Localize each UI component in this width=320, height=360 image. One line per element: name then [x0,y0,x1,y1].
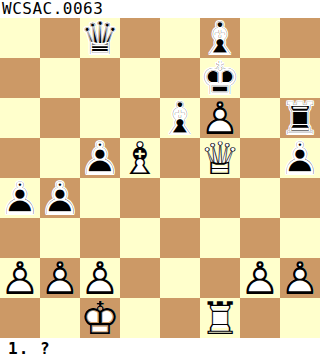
black-pawn[interactable]: ♟♙ [40,178,80,218]
white-pawn-outline: ♙ [40,258,80,298]
square-b1[interactable] [40,298,80,338]
black-pawn-outline: ♙ [40,178,80,218]
square-c8[interactable]: ♛♕ [80,18,120,58]
black-queen[interactable]: ♛♕ [80,18,120,58]
black-bishop[interactable]: ♝♗ [160,98,200,138]
puzzle-title: WCSAC.0063 [0,0,320,18]
square-e5[interactable] [160,138,200,178]
square-f1[interactable]: ♜♖ [200,298,240,338]
square-e4[interactable] [160,178,200,218]
black-pawn-outline: ♙ [280,138,320,178]
black-pawn-outline: ♙ [0,178,40,218]
black-pawn[interactable]: ♟♙ [80,138,120,178]
black-pawn-outline: ♙ [80,138,120,178]
square-d7[interactable] [120,58,160,98]
square-g4[interactable] [240,178,280,218]
square-e6[interactable]: ♝♗ [160,98,200,138]
square-g2[interactable]: ♟♙ [240,258,280,298]
square-b7[interactable] [40,58,80,98]
square-a4[interactable]: ♟♙ [0,178,40,218]
square-e8[interactable] [160,18,200,58]
black-pawn[interactable]: ♟♙ [280,138,320,178]
move-prompt: 1. ? [0,338,320,360]
square-c5[interactable]: ♟♙ [80,138,120,178]
square-f5[interactable]: ♛♕ [200,138,240,178]
white-pawn[interactable]: ♟♙ [40,258,80,298]
square-g7[interactable] [240,58,280,98]
white-pawn[interactable]: ♟♙ [280,258,320,298]
square-e3[interactable] [160,218,200,258]
black-queen-outline: ♕ [80,18,120,58]
white-pawn[interactable]: ♟♙ [0,258,40,298]
black-pawn[interactable]: ♟♙ [0,178,40,218]
white-queen-outline: ♕ [200,138,240,178]
square-d3[interactable] [120,218,160,258]
white-queen[interactable]: ♛♕ [200,138,240,178]
square-g1[interactable] [240,298,280,338]
square-d5[interactable]: ♝♗ [120,138,160,178]
square-e1[interactable] [160,298,200,338]
square-h1[interactable] [280,298,320,338]
white-rook-outline: ♖ [200,298,240,338]
square-b6[interactable] [40,98,80,138]
square-a7[interactable] [0,58,40,98]
square-g8[interactable] [240,18,280,58]
black-bishop-outline: ♗ [160,98,200,138]
white-bishop-outline: ♗ [120,138,160,178]
white-pawn[interactable]: ♟♙ [240,258,280,298]
square-d1[interactable] [120,298,160,338]
square-h4[interactable] [280,178,320,218]
square-c4[interactable] [80,178,120,218]
chess-board: ♛♕♝♗♚♔♝♗♟♙♜♖♟♙♝♗♛♕♟♙♟♙♟♙♟♙♟♙♟♙♟♙♟♙♚♔♜♖ [0,18,320,338]
square-f3[interactable] [200,218,240,258]
square-a8[interactable] [0,18,40,58]
square-b8[interactable] [40,18,80,58]
square-b2[interactable]: ♟♙ [40,258,80,298]
square-d8[interactable] [120,18,160,58]
square-d4[interactable] [120,178,160,218]
square-h2[interactable]: ♟♙ [280,258,320,298]
square-c7[interactable] [80,58,120,98]
square-h5[interactable]: ♟♙ [280,138,320,178]
white-king-outline: ♔ [80,298,120,338]
square-d2[interactable] [120,258,160,298]
square-g5[interactable] [240,138,280,178]
white-pawn-outline: ♙ [280,258,320,298]
square-b4[interactable]: ♟♙ [40,178,80,218]
square-f4[interactable] [200,178,240,218]
square-e2[interactable] [160,258,200,298]
square-g6[interactable] [240,98,280,138]
white-pawn-outline: ♙ [240,258,280,298]
square-a1[interactable] [0,298,40,338]
square-a2[interactable]: ♟♙ [0,258,40,298]
square-a6[interactable] [0,98,40,138]
white-bishop[interactable]: ♝♗ [120,138,160,178]
white-king[interactable]: ♚♔ [80,298,120,338]
square-h8[interactable] [280,18,320,58]
square-c1[interactable]: ♚♔ [80,298,120,338]
white-rook[interactable]: ♜♖ [200,298,240,338]
white-pawn-outline: ♙ [0,258,40,298]
